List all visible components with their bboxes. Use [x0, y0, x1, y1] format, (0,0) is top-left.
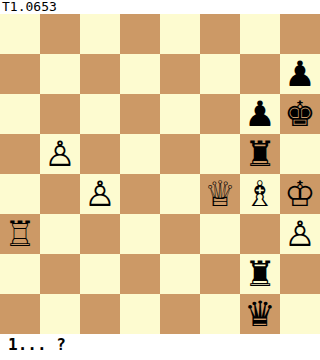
square-c2[interactable]	[80, 254, 120, 294]
square-f4[interactable]: ♕	[200, 174, 240, 214]
square-h8[interactable]	[280, 14, 320, 54]
square-f1[interactable]	[200, 294, 240, 334]
square-b1[interactable]	[40, 294, 80, 334]
square-c6[interactable]	[80, 94, 120, 134]
piece-white-pawn: ♙	[44, 134, 75, 174]
square-h1[interactable]	[280, 294, 320, 334]
piece-black-king: ♚	[284, 94, 315, 134]
square-c3[interactable]	[80, 214, 120, 254]
square-c5[interactable]	[80, 134, 120, 174]
piece-white-queen: ♕	[204, 174, 235, 214]
square-f6[interactable]	[200, 94, 240, 134]
square-g3[interactable]	[240, 214, 280, 254]
square-b7[interactable]	[40, 54, 80, 94]
piece-white-rook: ♖	[4, 214, 35, 254]
square-b3[interactable]	[40, 214, 80, 254]
piece-black-rook: ♜	[244, 254, 275, 294]
square-h6[interactable]: ♚	[280, 94, 320, 134]
square-f8[interactable]	[200, 14, 240, 54]
square-e5[interactable]	[160, 134, 200, 174]
square-e6[interactable]	[160, 94, 200, 134]
square-g8[interactable]	[240, 14, 280, 54]
square-g2[interactable]: ♜	[240, 254, 280, 294]
square-a1[interactable]	[0, 294, 40, 334]
piece-white-bishop: ♗	[244, 174, 275, 214]
square-b4[interactable]	[40, 174, 80, 214]
piece-black-pawn: ♟	[244, 94, 275, 134]
square-e8[interactable]	[160, 14, 200, 54]
square-h5[interactable]	[280, 134, 320, 174]
square-a4[interactable]	[0, 174, 40, 214]
square-e4[interactable]	[160, 174, 200, 214]
square-c7[interactable]	[80, 54, 120, 94]
square-b6[interactable]	[40, 94, 80, 134]
square-g6[interactable]: ♟	[240, 94, 280, 134]
square-e1[interactable]	[160, 294, 200, 334]
square-f3[interactable]	[200, 214, 240, 254]
square-d4[interactable]	[120, 174, 160, 214]
square-e3[interactable]	[160, 214, 200, 254]
piece-white-pawn: ♙	[84, 174, 115, 214]
piece-black-queen: ♛	[244, 294, 275, 334]
square-f2[interactable]	[200, 254, 240, 294]
square-d7[interactable]	[120, 54, 160, 94]
square-d6[interactable]	[120, 94, 160, 134]
square-c8[interactable]	[80, 14, 120, 54]
square-a3[interactable]: ♖	[0, 214, 40, 254]
puzzle-id-title: T1.0653	[0, 0, 320, 14]
square-f7[interactable]	[200, 54, 240, 94]
square-a8[interactable]	[0, 14, 40, 54]
square-b2[interactable]	[40, 254, 80, 294]
square-a6[interactable]	[0, 94, 40, 134]
piece-black-pawn: ♟	[284, 54, 315, 94]
square-g5[interactable]: ♜	[240, 134, 280, 174]
square-c1[interactable]	[80, 294, 120, 334]
square-c4[interactable]: ♙	[80, 174, 120, 214]
square-d1[interactable]	[120, 294, 160, 334]
piece-black-rook: ♜	[244, 134, 275, 174]
square-g1[interactable]: ♛	[240, 294, 280, 334]
square-b5[interactable]: ♙	[40, 134, 80, 174]
square-e2[interactable]	[160, 254, 200, 294]
square-d8[interactable]	[120, 14, 160, 54]
piece-white-pawn: ♙	[284, 214, 315, 254]
square-h7[interactable]: ♟	[280, 54, 320, 94]
square-h3[interactable]: ♙	[280, 214, 320, 254]
square-f5[interactable]	[200, 134, 240, 174]
chess-board: ♟♟♚♙♜♙♕♗♔♖♙♜♛	[0, 14, 320, 334]
square-a2[interactable]	[0, 254, 40, 294]
square-a7[interactable]	[0, 54, 40, 94]
square-d5[interactable]	[120, 134, 160, 174]
square-a5[interactable]	[0, 134, 40, 174]
square-g4[interactable]: ♗	[240, 174, 280, 214]
square-e7[interactable]	[160, 54, 200, 94]
move-prompt: 1... ?	[0, 334, 320, 360]
square-b8[interactable]	[40, 14, 80, 54]
square-d2[interactable]	[120, 254, 160, 294]
piece-white-king: ♔	[284, 174, 315, 214]
square-g7[interactable]	[240, 54, 280, 94]
square-h4[interactable]: ♔	[280, 174, 320, 214]
square-h2[interactable]	[280, 254, 320, 294]
square-d3[interactable]	[120, 214, 160, 254]
